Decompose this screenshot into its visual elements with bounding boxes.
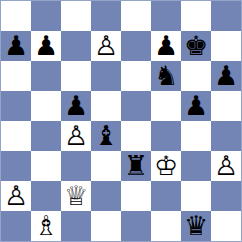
square-e4[interactable] bbox=[121, 121, 151, 151]
square-e2[interactable] bbox=[121, 181, 151, 211]
square-a5[interactable] bbox=[1, 91, 31, 121]
square-f2[interactable] bbox=[151, 181, 181, 211]
square-d8[interactable] bbox=[91, 1, 121, 31]
piece-white-pawn[interactable]: ♙ bbox=[4, 181, 28, 211]
square-f8[interactable] bbox=[151, 1, 181, 31]
square-a4[interactable] bbox=[1, 121, 31, 151]
piece-black-king[interactable]: ♚ bbox=[184, 31, 208, 61]
piece-black-pawn[interactable]: ♟ bbox=[64, 91, 88, 121]
square-e6[interactable] bbox=[121, 61, 151, 91]
square-f6[interactable]: ♞ bbox=[151, 61, 181, 91]
square-g7[interactable]: ♚ bbox=[181, 31, 211, 61]
square-h1[interactable] bbox=[211, 211, 241, 241]
piece-black-pawn[interactable]: ♟ bbox=[4, 31, 28, 61]
square-c7[interactable] bbox=[61, 31, 91, 61]
square-b3[interactable] bbox=[31, 151, 61, 181]
square-h4[interactable] bbox=[211, 121, 241, 151]
piece-black-pawn[interactable]: ♟ bbox=[184, 91, 208, 121]
square-h2[interactable] bbox=[211, 181, 241, 211]
square-g3[interactable] bbox=[181, 151, 211, 181]
square-d2[interactable] bbox=[91, 181, 121, 211]
square-b6[interactable] bbox=[31, 61, 61, 91]
square-a6[interactable] bbox=[1, 61, 31, 91]
chessboard: ♟♟♙♟♚♞♟♟♟♙♝♜♔♙♙♕♗♛ bbox=[0, 0, 242, 242]
square-a1[interactable] bbox=[1, 211, 31, 241]
square-h5[interactable] bbox=[211, 91, 241, 121]
piece-black-pawn[interactable]: ♟ bbox=[154, 31, 178, 61]
square-f4[interactable] bbox=[151, 121, 181, 151]
square-g5[interactable]: ♟ bbox=[181, 91, 211, 121]
square-b1[interactable]: ♗ bbox=[31, 211, 61, 241]
square-d5[interactable] bbox=[91, 91, 121, 121]
piece-white-pawn[interactable]: ♙ bbox=[64, 121, 88, 151]
square-b4[interactable] bbox=[31, 121, 61, 151]
square-c8[interactable] bbox=[61, 1, 91, 31]
square-d3[interactable] bbox=[91, 151, 121, 181]
square-e3[interactable]: ♜ bbox=[121, 151, 151, 181]
chessboard-container: ♟♟♙♟♚♞♟♟♟♙♝♜♔♙♙♕♗♛ bbox=[0, 0, 242, 242]
square-g1[interactable]: ♛ bbox=[181, 211, 211, 241]
square-e1[interactable] bbox=[121, 211, 151, 241]
square-c2[interactable]: ♕ bbox=[61, 181, 91, 211]
square-b5[interactable] bbox=[31, 91, 61, 121]
square-d6[interactable] bbox=[91, 61, 121, 91]
square-c5[interactable]: ♟ bbox=[61, 91, 91, 121]
piece-black-pawn[interactable]: ♟ bbox=[34, 31, 58, 61]
piece-white-queen[interactable]: ♕ bbox=[64, 181, 88, 211]
square-c1[interactable] bbox=[61, 211, 91, 241]
piece-white-bishop[interactable]: ♗ bbox=[34, 211, 58, 241]
square-b7[interactable]: ♟ bbox=[31, 31, 61, 61]
square-g4[interactable] bbox=[181, 121, 211, 151]
square-g6[interactable] bbox=[181, 61, 211, 91]
square-d4[interactable]: ♝ bbox=[91, 121, 121, 151]
square-a8[interactable] bbox=[1, 1, 31, 31]
square-c4[interactable]: ♙ bbox=[61, 121, 91, 151]
square-e7[interactable] bbox=[121, 31, 151, 61]
piece-white-pawn[interactable]: ♙ bbox=[94, 31, 118, 61]
piece-black-knight[interactable]: ♞ bbox=[154, 61, 178, 91]
square-a3[interactable] bbox=[1, 151, 31, 181]
square-h8[interactable] bbox=[211, 1, 241, 31]
square-f7[interactable]: ♟ bbox=[151, 31, 181, 61]
square-e5[interactable] bbox=[121, 91, 151, 121]
piece-black-rook[interactable]: ♜ bbox=[124, 151, 148, 181]
piece-black-bishop[interactable]: ♝ bbox=[94, 121, 118, 151]
piece-black-queen[interactable]: ♛ bbox=[184, 211, 208, 241]
square-b8[interactable] bbox=[31, 1, 61, 31]
piece-white-pawn[interactable]: ♙ bbox=[214, 151, 238, 181]
piece-black-pawn[interactable]: ♟ bbox=[214, 61, 238, 91]
square-f5[interactable] bbox=[151, 91, 181, 121]
square-a2[interactable]: ♙ bbox=[1, 181, 31, 211]
square-f1[interactable] bbox=[151, 211, 181, 241]
square-h6[interactable]: ♟ bbox=[211, 61, 241, 91]
square-g8[interactable] bbox=[181, 1, 211, 31]
square-d7[interactable]: ♙ bbox=[91, 31, 121, 61]
piece-white-king[interactable]: ♔ bbox=[154, 151, 178, 181]
square-h3[interactable]: ♙ bbox=[211, 151, 241, 181]
square-c3[interactable] bbox=[61, 151, 91, 181]
square-b2[interactable] bbox=[31, 181, 61, 211]
square-e8[interactable] bbox=[121, 1, 151, 31]
square-f3[interactable]: ♔ bbox=[151, 151, 181, 181]
square-a7[interactable]: ♟ bbox=[1, 31, 31, 61]
square-c6[interactable] bbox=[61, 61, 91, 91]
square-g2[interactable] bbox=[181, 181, 211, 211]
square-h7[interactable] bbox=[211, 31, 241, 61]
square-d1[interactable] bbox=[91, 211, 121, 241]
